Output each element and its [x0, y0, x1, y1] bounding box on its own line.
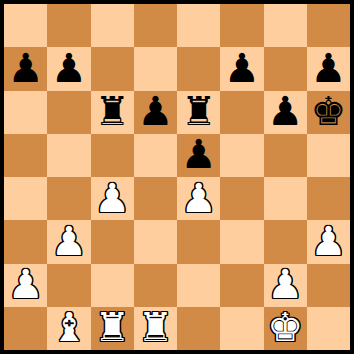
square-b7[interactable]: ♟ — [47, 47, 90, 90]
square-g5[interactable] — [264, 134, 307, 177]
square-e1[interactable] — [177, 307, 220, 350]
black-rook: ♜ — [181, 91, 217, 131]
square-g1[interactable]: ♚ — [264, 307, 307, 350]
square-e5[interactable]: ♟ — [177, 134, 220, 177]
square-a6[interactable] — [4, 91, 47, 134]
black-pawn: ♟ — [137, 91, 173, 131]
square-g4[interactable] — [264, 177, 307, 220]
square-f2[interactable] — [220, 264, 263, 307]
square-f1[interactable] — [220, 307, 263, 350]
square-d3[interactable] — [134, 220, 177, 263]
square-h4[interactable] — [307, 177, 350, 220]
square-a1[interactable] — [4, 307, 47, 350]
square-b5[interactable] — [47, 134, 90, 177]
square-e7[interactable] — [177, 47, 220, 90]
square-b2[interactable] — [47, 264, 90, 307]
square-h1[interactable] — [307, 307, 350, 350]
square-h7[interactable]: ♟ — [307, 47, 350, 90]
square-a4[interactable] — [4, 177, 47, 220]
square-e8[interactable] — [177, 4, 220, 47]
black-pawn: ♟ — [310, 48, 346, 88]
black-king: ♚ — [310, 91, 346, 131]
square-f5[interactable] — [220, 134, 263, 177]
square-c1[interactable]: ♜ — [91, 307, 134, 350]
square-c5[interactable] — [91, 134, 134, 177]
square-b8[interactable] — [47, 4, 90, 47]
white-king: ♚ — [267, 307, 303, 347]
square-h5[interactable] — [307, 134, 350, 177]
white-pawn: ♟ — [8, 264, 44, 304]
black-rook: ♜ — [94, 91, 130, 131]
square-b1[interactable]: ♝ — [47, 307, 90, 350]
square-h2[interactable] — [307, 264, 350, 307]
square-e4[interactable]: ♟ — [177, 177, 220, 220]
chess-board: ♟♟♟♟♜♟♜♟♚♟♟♟♟♟♟♟♝♜♜♚ — [4, 4, 350, 350]
square-a2[interactable]: ♟ — [4, 264, 47, 307]
black-pawn: ♟ — [267, 91, 303, 131]
square-b6[interactable] — [47, 91, 90, 134]
square-a5[interactable] — [4, 134, 47, 177]
square-e6[interactable]: ♜ — [177, 91, 220, 134]
square-g2[interactable]: ♟ — [264, 264, 307, 307]
white-rook: ♜ — [94, 307, 130, 347]
black-pawn: ♟ — [181, 134, 217, 174]
white-rook: ♜ — [137, 307, 173, 347]
black-pawn: ♟ — [51, 48, 87, 88]
square-f8[interactable] — [220, 4, 263, 47]
square-d6[interactable]: ♟ — [134, 91, 177, 134]
white-pawn: ♟ — [267, 264, 303, 304]
square-c3[interactable] — [91, 220, 134, 263]
white-bishop: ♝ — [51, 307, 87, 347]
square-d8[interactable] — [134, 4, 177, 47]
square-g7[interactable] — [264, 47, 307, 90]
square-g6[interactable]: ♟ — [264, 91, 307, 134]
square-b3[interactable]: ♟ — [47, 220, 90, 263]
square-a8[interactable] — [4, 4, 47, 47]
square-c8[interactable] — [91, 4, 134, 47]
square-e2[interactable] — [177, 264, 220, 307]
square-g8[interactable] — [264, 4, 307, 47]
square-c7[interactable] — [91, 47, 134, 90]
square-e3[interactable] — [177, 220, 220, 263]
square-h6[interactable]: ♚ — [307, 91, 350, 134]
square-a7[interactable]: ♟ — [4, 47, 47, 90]
square-d1[interactable]: ♜ — [134, 307, 177, 350]
square-d7[interactable] — [134, 47, 177, 90]
white-pawn: ♟ — [51, 221, 87, 261]
square-f3[interactable] — [220, 220, 263, 263]
chess-board-frame: ♟♟♟♟♜♟♜♟♚♟♟♟♟♟♟♟♝♜♜♚ — [0, 0, 354, 354]
square-h8[interactable] — [307, 4, 350, 47]
square-d2[interactable] — [134, 264, 177, 307]
white-pawn: ♟ — [94, 178, 130, 218]
square-c4[interactable]: ♟ — [91, 177, 134, 220]
square-d5[interactable] — [134, 134, 177, 177]
white-pawn: ♟ — [181, 178, 217, 218]
square-c6[interactable]: ♜ — [91, 91, 134, 134]
square-f4[interactable] — [220, 177, 263, 220]
black-pawn: ♟ — [224, 48, 260, 88]
square-a3[interactable] — [4, 220, 47, 263]
black-pawn: ♟ — [8, 48, 44, 88]
square-f6[interactable] — [220, 91, 263, 134]
square-h3[interactable]: ♟ — [307, 220, 350, 263]
square-b4[interactable] — [47, 177, 90, 220]
square-c2[interactable] — [91, 264, 134, 307]
square-d4[interactable] — [134, 177, 177, 220]
square-f7[interactable]: ♟ — [220, 47, 263, 90]
white-pawn: ♟ — [310, 221, 346, 261]
square-g3[interactable] — [264, 220, 307, 263]
